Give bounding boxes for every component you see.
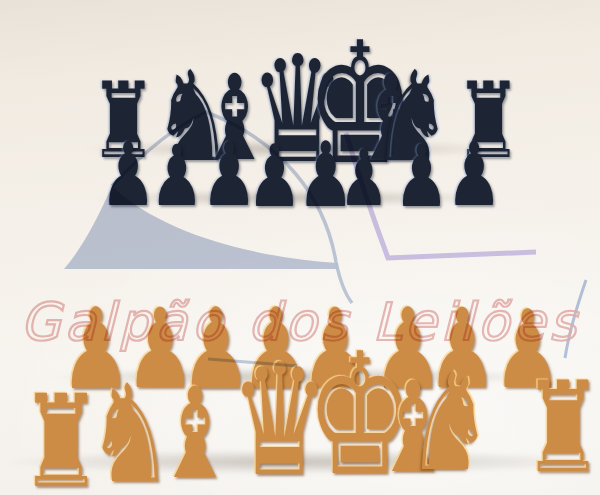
black-pawn-1: ♟ <box>100 131 150 219</box>
black-pawn-4: ♟ <box>247 133 297 219</box>
white-queenside-knight: ♞ <box>87 367 137 495</box>
chess-set-photo: ♜ ♞ ♝ ♛ ♚ ♝ ♞ ♜ ♟ ♟ ♟ ♟ ♟ ♟ ♟ ♟ ♟ ♟ ♟ ♟ … <box>0 0 600 495</box>
black-pawn-6: ♟ <box>339 139 389 217</box>
black-pawn-8: ♟ <box>446 131 496 219</box>
white-queenside-bishop: ♝ <box>155 371 205 495</box>
white-queen: ♛ <box>230 343 280 495</box>
black-pawn-3: ♟ <box>201 131 251 219</box>
white-kingside-knight: ♞ <box>443 355 493 490</box>
white-kingside-rook: ♜ <box>523 365 573 490</box>
black-pawn-7: ♟ <box>394 133 444 219</box>
white-king: ♚ <box>306 331 356 495</box>
watermark-right-curve-icon <box>565 280 586 358</box>
white-queenside-rook: ♜ <box>20 378 70 495</box>
black-pawn-2: ♟ <box>150 134 200 218</box>
